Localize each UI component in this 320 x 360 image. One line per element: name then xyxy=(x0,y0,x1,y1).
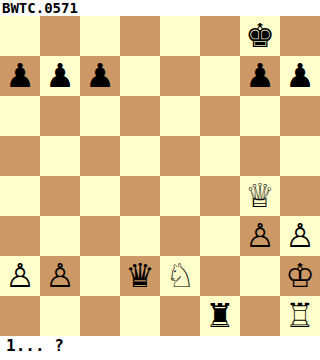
square-h1[interactable]: ♖ xyxy=(280,296,320,336)
square-e8[interactable] xyxy=(160,16,200,56)
square-d5[interactable] xyxy=(120,136,160,176)
square-e1[interactable] xyxy=(160,296,200,336)
white-rook-piece[interactable]: ♖ xyxy=(285,296,315,336)
white-queen-piece[interactable]: ♕ xyxy=(245,176,275,216)
square-h3[interactable]: ♙ xyxy=(280,216,320,256)
square-f3[interactable] xyxy=(200,216,240,256)
square-a2[interactable]: ♙ xyxy=(0,256,40,296)
square-c8[interactable] xyxy=(80,16,120,56)
square-e3[interactable] xyxy=(160,216,200,256)
square-d1[interactable] xyxy=(120,296,160,336)
square-c1[interactable] xyxy=(80,296,120,336)
square-c3[interactable] xyxy=(80,216,120,256)
white-pawn-piece[interactable]: ♙ xyxy=(245,216,275,256)
square-d3[interactable] xyxy=(120,216,160,256)
square-a3[interactable] xyxy=(0,216,40,256)
square-d2[interactable]: ♛ xyxy=(120,256,160,296)
square-g8[interactable]: ♚ xyxy=(240,16,280,56)
white-pawn-piece[interactable]: ♙ xyxy=(285,216,315,256)
square-a8[interactable] xyxy=(0,16,40,56)
square-b1[interactable] xyxy=(40,296,80,336)
square-c4[interactable] xyxy=(80,176,120,216)
black-pawn-piece[interactable]: ♟ xyxy=(285,56,315,96)
square-g1[interactable] xyxy=(240,296,280,336)
square-g7[interactable]: ♟ xyxy=(240,56,280,96)
square-b2[interactable]: ♙ xyxy=(40,256,80,296)
square-a5[interactable] xyxy=(0,136,40,176)
black-pawn-piece[interactable]: ♟ xyxy=(85,56,115,96)
square-b4[interactable] xyxy=(40,176,80,216)
square-a7[interactable]: ♟ xyxy=(0,56,40,96)
square-h7[interactable]: ♟ xyxy=(280,56,320,96)
square-h8[interactable] xyxy=(280,16,320,56)
black-rook-piece[interactable]: ♜ xyxy=(205,296,235,336)
square-b5[interactable] xyxy=(40,136,80,176)
black-pawn-piece[interactable]: ♟ xyxy=(5,56,35,96)
square-d8[interactable] xyxy=(120,16,160,56)
square-a1[interactable] xyxy=(0,296,40,336)
diagram-title: BWTC.0571 xyxy=(0,0,320,16)
square-g6[interactable] xyxy=(240,96,280,136)
black-queen-piece[interactable]: ♛ xyxy=(125,256,155,296)
square-c7[interactable]: ♟ xyxy=(80,56,120,96)
square-f5[interactable] xyxy=(200,136,240,176)
white-king-piece[interactable]: ♔ xyxy=(285,256,315,296)
square-e5[interactable] xyxy=(160,136,200,176)
square-b8[interactable] xyxy=(40,16,80,56)
move-prompt: 1... ? xyxy=(0,336,320,360)
square-a6[interactable] xyxy=(0,96,40,136)
square-d4[interactable] xyxy=(120,176,160,216)
square-e6[interactable] xyxy=(160,96,200,136)
square-b3[interactable] xyxy=(40,216,80,256)
square-c5[interactable] xyxy=(80,136,120,176)
square-f1[interactable]: ♜ xyxy=(200,296,240,336)
square-a4[interactable] xyxy=(0,176,40,216)
square-e7[interactable] xyxy=(160,56,200,96)
white-knight-piece[interactable]: ♘ xyxy=(165,256,195,296)
square-f7[interactable] xyxy=(200,56,240,96)
square-g3[interactable]: ♙ xyxy=(240,216,280,256)
black-pawn-piece[interactable]: ♟ xyxy=(45,56,75,96)
square-b6[interactable] xyxy=(40,96,80,136)
square-c2[interactable] xyxy=(80,256,120,296)
square-h5[interactable] xyxy=(280,136,320,176)
square-f4[interactable] xyxy=(200,176,240,216)
square-d7[interactable] xyxy=(120,56,160,96)
square-h2[interactable]: ♔ xyxy=(280,256,320,296)
black-pawn-piece[interactable]: ♟ xyxy=(245,56,275,96)
chess-board: ♚♟♟♟♟♟♕♙♙♙♙♛♘♔♜♖ xyxy=(0,16,320,336)
white-pawn-piece[interactable]: ♙ xyxy=(45,256,75,296)
square-e4[interactable] xyxy=(160,176,200,216)
square-h6[interactable] xyxy=(280,96,320,136)
square-g2[interactable] xyxy=(240,256,280,296)
square-d6[interactable] xyxy=(120,96,160,136)
square-g4[interactable]: ♕ xyxy=(240,176,280,216)
square-b7[interactable]: ♟ xyxy=(40,56,80,96)
square-e2[interactable]: ♘ xyxy=(160,256,200,296)
square-f6[interactable] xyxy=(200,96,240,136)
square-h4[interactable] xyxy=(280,176,320,216)
black-king-piece[interactable]: ♚ xyxy=(245,16,275,56)
square-g5[interactable] xyxy=(240,136,280,176)
white-pawn-piece[interactable]: ♙ xyxy=(5,256,35,296)
square-c6[interactable] xyxy=(80,96,120,136)
square-f2[interactable] xyxy=(200,256,240,296)
square-f8[interactable] xyxy=(200,16,240,56)
